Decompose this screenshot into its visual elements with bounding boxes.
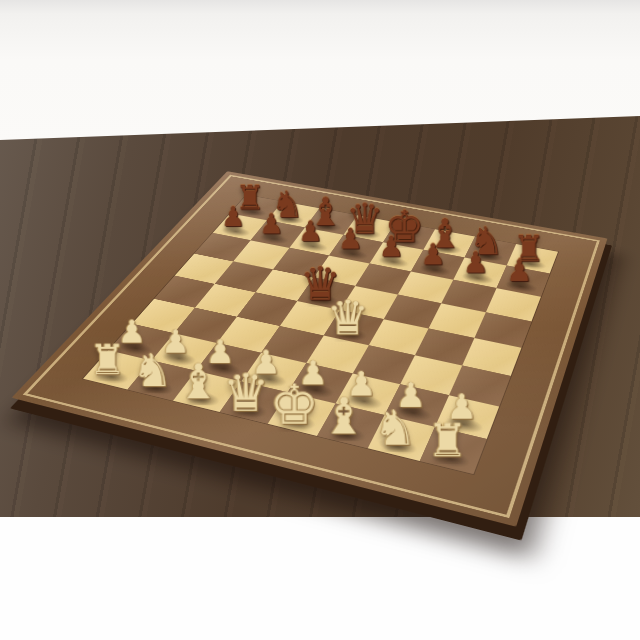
black-pawn-b7: ♟ xyxy=(251,203,293,245)
black-pawn-f7: ♟ xyxy=(411,233,455,277)
white-knight-g1: ♞ xyxy=(368,401,422,455)
white-rook-a1: ♜ xyxy=(83,335,133,385)
white-rook-h1: ♜ xyxy=(420,413,475,468)
white-king-e1: ♚ xyxy=(268,378,321,431)
black-pawn-g7: ♟ xyxy=(454,241,498,285)
black-pawn-d7: ♟ xyxy=(329,218,372,261)
white-bishop-f1: ♝ xyxy=(317,389,371,443)
black-pawn-a7: ♟ xyxy=(213,196,254,237)
white-bishop-c1: ♝ xyxy=(173,356,225,408)
white-knight-b1: ♞ xyxy=(127,345,178,396)
bottom-white-margin xyxy=(0,517,640,640)
square-b4 xyxy=(195,284,256,317)
black-pawn-h7: ♟ xyxy=(497,249,542,294)
white-queen-d1: ♛ xyxy=(220,367,272,419)
square-h7: ♟ xyxy=(497,265,550,296)
chess-set-product-photo: ♜♞♝♛♚♝♞♜♟♟♟♟♟♟♟♟♛♛♟♟♟♟♟♟♟♟♜♞♝♛♚♝♞♜ xyxy=(0,0,640,640)
black-pawn-c7: ♟ xyxy=(290,211,332,253)
white-spare-queen-e4: ♛ xyxy=(324,294,372,342)
black-pawn-e7: ♟ xyxy=(370,225,413,268)
